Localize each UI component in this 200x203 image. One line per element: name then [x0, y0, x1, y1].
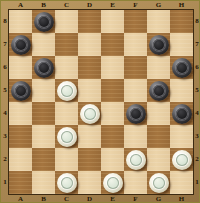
square-c2[interactable]	[55, 148, 78, 171]
file-label-bottom-e: E	[101, 195, 124, 203]
file-labels-top: ABCDEFGH	[9, 1, 193, 10]
black-man-b8[interactable]	[34, 12, 54, 32]
square-h6[interactable]	[170, 56, 193, 79]
square-a4[interactable]	[9, 102, 32, 125]
square-c7[interactable]	[55, 33, 78, 56]
rank-label-right-2: 2	[193, 148, 200, 171]
square-h8[interactable]	[170, 10, 193, 33]
square-e2[interactable]	[101, 148, 124, 171]
white-man-h2[interactable]	[172, 150, 192, 170]
square-a8[interactable]	[9, 10, 32, 33]
file-label-top-a: A	[9, 1, 32, 10]
square-e8[interactable]	[101, 10, 124, 33]
square-a5[interactable]	[9, 79, 32, 102]
file-label-bottom-h: H	[170, 195, 193, 203]
square-c3[interactable]	[55, 125, 78, 148]
square-b3[interactable]	[32, 125, 55, 148]
file-label-top-c: C	[55, 1, 78, 10]
square-b1[interactable]	[32, 171, 55, 194]
square-b4[interactable]	[32, 102, 55, 125]
square-f8[interactable]	[124, 10, 147, 33]
rank-label-left-3: 3	[1, 125, 9, 148]
black-man-g7[interactable]	[149, 35, 169, 55]
black-man-f4[interactable]	[126, 104, 146, 124]
square-c8[interactable]	[55, 10, 78, 33]
rank-label-left-8: 8	[1, 10, 9, 33]
rank-label-right-3: 3	[193, 125, 200, 148]
white-man-d4[interactable]	[80, 104, 100, 124]
rank-labels-right: 87654321	[193, 10, 200, 194]
black-man-h4[interactable]	[172, 104, 192, 124]
square-d4[interactable]	[78, 102, 101, 125]
square-g2[interactable]	[147, 148, 170, 171]
file-label-top-g: G	[147, 1, 170, 10]
square-f4[interactable]	[124, 102, 147, 125]
file-label-top-h: H	[170, 1, 193, 10]
rank-label-left-7: 7	[1, 33, 9, 56]
white-man-g1[interactable]	[149, 173, 169, 193]
square-a2[interactable]	[9, 148, 32, 171]
square-b2[interactable]	[32, 148, 55, 171]
square-a3[interactable]	[9, 125, 32, 148]
file-label-bottom-b: B	[32, 195, 55, 203]
file-label-top-f: F	[124, 1, 147, 10]
file-labels-bottom: ABCDEFGH	[9, 195, 193, 203]
file-label-bottom-d: D	[78, 195, 101, 203]
square-d1[interactable]	[78, 171, 101, 194]
file-label-bottom-f: F	[124, 195, 147, 203]
rank-label-left-2: 2	[1, 148, 9, 171]
square-e7[interactable]	[101, 33, 124, 56]
white-man-c3[interactable]	[57, 127, 77, 147]
square-d3[interactable]	[78, 125, 101, 148]
white-man-c5[interactable]	[57, 81, 77, 101]
square-h5[interactable]	[170, 79, 193, 102]
white-man-e1[interactable]	[103, 173, 123, 193]
file-label-bottom-a: A	[9, 195, 32, 203]
square-h3[interactable]	[170, 125, 193, 148]
rank-labels-left: 87654321	[1, 10, 9, 194]
square-e1[interactable]	[101, 171, 124, 194]
square-a1[interactable]	[9, 171, 32, 194]
square-g1[interactable]	[147, 171, 170, 194]
square-d7[interactable]	[78, 33, 101, 56]
file-label-top-e: E	[101, 1, 124, 10]
black-man-b6[interactable]	[34, 58, 54, 78]
white-man-c1[interactable]	[57, 173, 77, 193]
square-g6[interactable]	[147, 56, 170, 79]
square-h2[interactable]	[170, 148, 193, 171]
rank-label-right-1: 1	[193, 171, 200, 194]
square-g4[interactable]	[147, 102, 170, 125]
rank-label-left-6: 6	[1, 56, 9, 79]
white-man-f2[interactable]	[126, 150, 146, 170]
square-e3[interactable]	[101, 125, 124, 148]
square-h4[interactable]	[170, 102, 193, 125]
rank-label-left-1: 1	[1, 171, 9, 194]
black-man-a7[interactable]	[11, 35, 31, 55]
rank-label-left-5: 5	[1, 79, 9, 102]
black-man-h6[interactable]	[172, 58, 192, 78]
square-f6[interactable]	[124, 56, 147, 79]
square-e6[interactable]	[101, 56, 124, 79]
square-b6[interactable]	[32, 56, 55, 79]
square-d5[interactable]	[78, 79, 101, 102]
square-f3[interactable]	[124, 125, 147, 148]
file-label-top-d: D	[78, 1, 101, 10]
square-f2[interactable]	[124, 148, 147, 171]
file-label-bottom-g: G	[147, 195, 170, 203]
rank-label-right-5: 5	[193, 79, 200, 102]
square-f7[interactable]	[124, 33, 147, 56]
square-a6[interactable]	[9, 56, 32, 79]
square-b8[interactable]	[32, 10, 55, 33]
square-e5[interactable]	[101, 79, 124, 102]
square-a7[interactable]	[9, 33, 32, 56]
square-h7[interactable]	[170, 33, 193, 56]
file-label-bottom-c: C	[55, 195, 78, 203]
rank-label-right-6: 6	[193, 56, 200, 79]
rank-label-right-8: 8	[193, 10, 200, 33]
rank-label-right-4: 4	[193, 102, 200, 125]
black-man-a5[interactable]	[11, 81, 31, 101]
square-e4[interactable]	[101, 102, 124, 125]
black-man-g5[interactable]	[149, 81, 169, 101]
rank-label-left-4: 4	[1, 102, 9, 125]
square-c6[interactable]	[55, 56, 78, 79]
square-c1[interactable]	[55, 171, 78, 194]
square-d6[interactable]	[78, 56, 101, 79]
square-d2[interactable]	[78, 148, 101, 171]
square-g8[interactable]	[147, 10, 170, 33]
file-label-top-b: B	[32, 1, 55, 10]
square-h1[interactable]	[170, 171, 193, 194]
square-b5[interactable]	[32, 79, 55, 102]
square-g5[interactable]	[147, 79, 170, 102]
square-c5[interactable]	[55, 79, 78, 102]
square-c4[interactable]	[55, 102, 78, 125]
checkers-board-window: ABCDEFGH ABCDEFGH 87654321 87654321	[0, 0, 200, 203]
rank-label-right-7: 7	[193, 33, 200, 56]
square-b7[interactable]	[32, 33, 55, 56]
square-f5[interactable]	[124, 79, 147, 102]
square-f1[interactable]	[124, 171, 147, 194]
square-g3[interactable]	[147, 125, 170, 148]
checkers-board	[9, 10, 193, 194]
square-g7[interactable]	[147, 33, 170, 56]
square-d8[interactable]	[78, 10, 101, 33]
